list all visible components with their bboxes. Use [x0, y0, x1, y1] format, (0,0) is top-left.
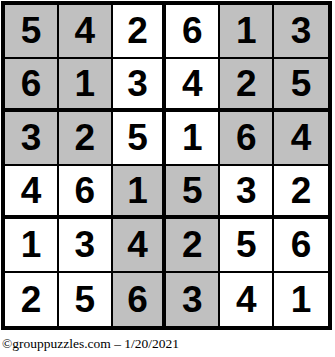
cell-r1c4: 6 — [166, 5, 220, 59]
cell-r1c6: 3 — [274, 5, 328, 59]
cell-r2c5: 2 — [220, 59, 274, 113]
cell-r1c2: 4 — [59, 5, 113, 59]
cell-r6c4: 3 — [166, 273, 220, 327]
cell-r5c4: 2 — [166, 219, 220, 273]
cell-r2c3: 3 — [113, 59, 167, 113]
cell-r5c3: 4 — [113, 219, 167, 273]
cell-r1c1: 5 — [5, 5, 59, 59]
sudoku-board: 542613613425325164461532134256256341 — [1, 1, 332, 330]
cell-r3c1: 3 — [5, 112, 59, 166]
cell-r5c6: 6 — [274, 219, 328, 273]
cell-r3c3: 5 — [113, 112, 167, 166]
puzzle-page: 542613613425325164461532134256256341 ©gr… — [0, 0, 335, 357]
cell-r5c5: 5 — [220, 219, 274, 273]
cell-r5c1: 1 — [5, 219, 59, 273]
cell-r4c5: 3 — [220, 166, 274, 220]
cell-r6c3: 6 — [113, 273, 167, 327]
cell-r6c5: 4 — [220, 273, 274, 327]
cell-r1c5: 1 — [220, 5, 274, 59]
cell-r4c3: 1 — [113, 166, 167, 220]
cell-r3c5: 6 — [220, 112, 274, 166]
cell-r3c4: 1 — [166, 112, 220, 166]
cell-r6c6: 1 — [274, 273, 328, 327]
cell-r6c2: 5 — [59, 273, 113, 327]
cell-r3c2: 2 — [59, 112, 113, 166]
cell-r2c2: 1 — [59, 59, 113, 113]
cell-r2c1: 6 — [5, 59, 59, 113]
cell-r4c1: 4 — [5, 166, 59, 220]
cell-r6c1: 2 — [5, 273, 59, 327]
cell-r3c6: 4 — [274, 112, 328, 166]
cell-r5c2: 3 — [59, 219, 113, 273]
cell-r2c4: 4 — [166, 59, 220, 113]
cell-r4c2: 6 — [59, 166, 113, 220]
cell-r1c3: 2 — [113, 5, 167, 59]
copyright-footer: ©grouppuzzles.com – 1/20/2021 — [2, 336, 179, 352]
cell-r4c4: 5 — [166, 166, 220, 220]
cell-r2c6: 5 — [274, 59, 328, 113]
cell-r4c6: 2 — [274, 166, 328, 220]
